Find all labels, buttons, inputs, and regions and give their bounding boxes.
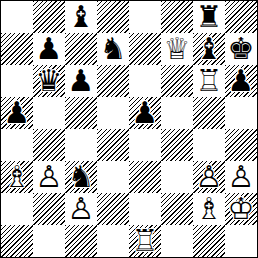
piece-white-king-h2: ♚♔ xyxy=(225,193,257,225)
square-d1[interactable] xyxy=(97,225,129,257)
piece-white-bishop-g2: ♝♗ xyxy=(193,193,225,225)
square-d7[interactable]: ♞♞ xyxy=(97,33,129,65)
square-b7[interactable]: ♟♟ xyxy=(33,33,65,65)
piece-white-pawn-h3: ♟♙ xyxy=(225,161,257,193)
piece-halo: ♝ xyxy=(1,161,33,193)
square-e1[interactable]: ♜♖ xyxy=(129,225,161,257)
square-f3[interactable] xyxy=(161,161,193,193)
piece-glyph: ♖ xyxy=(193,65,225,97)
square-d3[interactable] xyxy=(97,161,129,193)
square-h7[interactable]: ♚♚ xyxy=(225,33,257,65)
square-g7[interactable]: ♝♝ xyxy=(193,33,225,65)
piece-white-pawn-c2: ♟♙ xyxy=(65,193,97,225)
square-c2[interactable]: ♟♙ xyxy=(65,193,97,225)
piece-glyph: ♙ xyxy=(193,161,225,193)
square-h8[interactable] xyxy=(225,1,257,33)
piece-glyph: ♞ xyxy=(97,33,129,65)
piece-halo: ♟ xyxy=(193,161,225,193)
piece-glyph: ♚ xyxy=(225,33,257,65)
square-g3[interactable]: ♟♙ xyxy=(193,161,225,193)
square-b8[interactable] xyxy=(33,1,65,33)
square-b1[interactable] xyxy=(33,225,65,257)
square-e7[interactable] xyxy=(129,33,161,65)
piece-black-pawn-a5: ♟♟ xyxy=(1,97,33,129)
piece-white-rook-e1: ♜♖ xyxy=(129,225,161,257)
square-g5[interactable] xyxy=(193,97,225,129)
square-f1[interactable] xyxy=(161,225,193,257)
piece-black-knight-c3: ♞♞ xyxy=(65,161,97,193)
chess-diagram: ♝♝♜♜♟♟♞♞♛♕♝♝♚♚♛♛♟♟♜♖♟♟♟♟♟♟♝♗♟♙♞♞♟♙♟♙♟♙♝♗… xyxy=(0,0,258,258)
piece-black-rook-g8: ♜♜ xyxy=(193,1,225,33)
square-g4[interactable] xyxy=(193,129,225,161)
piece-black-queen-b6: ♛♛ xyxy=(33,65,65,97)
piece-glyph: ♛ xyxy=(33,65,65,97)
piece-halo: ♟ xyxy=(65,193,97,225)
square-a2[interactable] xyxy=(1,193,33,225)
square-g2[interactable]: ♝♗ xyxy=(193,193,225,225)
square-d2[interactable] xyxy=(97,193,129,225)
piece-halo: ♝ xyxy=(193,33,225,65)
piece-glyph: ♟ xyxy=(65,65,97,97)
piece-white-bishop-a3: ♝♗ xyxy=(1,161,33,193)
square-c4[interactable] xyxy=(65,129,97,161)
piece-glyph: ♙ xyxy=(225,161,257,193)
piece-glyph: ♟ xyxy=(1,97,33,129)
square-a1[interactable] xyxy=(1,225,33,257)
piece-glyph: ♟ xyxy=(129,97,161,129)
piece-black-knight-d7: ♞♞ xyxy=(97,33,129,65)
square-f6[interactable] xyxy=(161,65,193,97)
square-a4[interactable] xyxy=(1,129,33,161)
piece-halo: ♞ xyxy=(97,33,129,65)
square-e8[interactable] xyxy=(129,1,161,33)
square-a7[interactable] xyxy=(1,33,33,65)
square-c5[interactable] xyxy=(65,97,97,129)
square-b4[interactable] xyxy=(33,129,65,161)
piece-halo: ♝ xyxy=(65,1,97,33)
square-e5[interactable]: ♟♟ xyxy=(129,97,161,129)
square-b3[interactable]: ♟♙ xyxy=(33,161,65,193)
square-a3[interactable]: ♝♗ xyxy=(1,161,33,193)
square-f2[interactable] xyxy=(161,193,193,225)
square-e3[interactable] xyxy=(129,161,161,193)
piece-black-king-h7: ♚♚ xyxy=(225,33,257,65)
square-h5[interactable] xyxy=(225,97,257,129)
square-h1[interactable] xyxy=(225,225,257,257)
piece-glyph: ♕ xyxy=(161,33,193,65)
square-f5[interactable] xyxy=(161,97,193,129)
piece-halo: ♜ xyxy=(193,65,225,97)
square-f4[interactable] xyxy=(161,129,193,161)
piece-halo: ♛ xyxy=(33,65,65,97)
piece-halo: ♚ xyxy=(225,33,257,65)
piece-glyph: ♞ xyxy=(65,161,97,193)
piece-halo: ♟ xyxy=(33,161,65,193)
piece-black-pawn-c6: ♟♟ xyxy=(65,65,97,97)
square-a8[interactable] xyxy=(1,1,33,33)
square-b2[interactable] xyxy=(33,193,65,225)
piece-glyph: ♗ xyxy=(1,161,33,193)
piece-halo: ♜ xyxy=(129,225,161,257)
square-d6[interactable] xyxy=(97,65,129,97)
square-b5[interactable] xyxy=(33,97,65,129)
piece-glyph: ♙ xyxy=(65,193,97,225)
piece-glyph: ♔ xyxy=(225,193,257,225)
square-e2[interactable] xyxy=(129,193,161,225)
piece-black-pawn-b7: ♟♟ xyxy=(33,33,65,65)
piece-black-bishop-g7: ♝♝ xyxy=(193,33,225,65)
square-c1[interactable] xyxy=(65,225,97,257)
piece-halo: ♞ xyxy=(65,161,97,193)
piece-halo: ♛ xyxy=(161,33,193,65)
square-h6[interactable]: ♟♟ xyxy=(225,65,257,97)
square-a6[interactable] xyxy=(1,65,33,97)
piece-glyph: ♜ xyxy=(193,1,225,33)
square-h3[interactable]: ♟♙ xyxy=(225,161,257,193)
square-g6[interactable]: ♜♖ xyxy=(193,65,225,97)
square-d8[interactable] xyxy=(97,1,129,33)
piece-halo: ♚ xyxy=(225,193,257,225)
piece-halo: ♝ xyxy=(193,193,225,225)
square-c6[interactable]: ♟♟ xyxy=(65,65,97,97)
piece-halo: ♟ xyxy=(65,65,97,97)
piece-black-pawn-h6: ♟♟ xyxy=(225,65,257,97)
piece-halo: ♜ xyxy=(193,1,225,33)
piece-glyph: ♝ xyxy=(193,33,225,65)
piece-black-pawn-e5: ♟♟ xyxy=(129,97,161,129)
piece-halo: ♟ xyxy=(1,97,33,129)
square-g8[interactable]: ♜♜ xyxy=(193,1,225,33)
square-f8[interactable] xyxy=(161,1,193,33)
square-f7[interactable]: ♛♕ xyxy=(161,33,193,65)
piece-white-rook-g6: ♜♖ xyxy=(193,65,225,97)
square-c3[interactable]: ♞♞ xyxy=(65,161,97,193)
piece-black-bishop-c8: ♝♝ xyxy=(65,1,97,33)
square-c8[interactable]: ♝♝ xyxy=(65,1,97,33)
square-h4[interactable] xyxy=(225,129,257,161)
square-c7[interactable] xyxy=(65,33,97,65)
square-d4[interactable] xyxy=(97,129,129,161)
piece-glyph: ♙ xyxy=(33,161,65,193)
piece-white-pawn-b3: ♟♙ xyxy=(33,161,65,193)
square-h2[interactable]: ♚♔ xyxy=(225,193,257,225)
piece-white-pawn-g3: ♟♙ xyxy=(193,161,225,193)
piece-glyph: ♝ xyxy=(65,1,97,33)
piece-halo: ♟ xyxy=(225,161,257,193)
square-d5[interactable] xyxy=(97,97,129,129)
piece-glyph: ♟ xyxy=(33,33,65,65)
square-g1[interactable] xyxy=(193,225,225,257)
piece-glyph: ♟ xyxy=(225,65,257,97)
piece-glyph: ♖ xyxy=(129,225,161,257)
piece-halo: ♟ xyxy=(33,33,65,65)
square-e6[interactable] xyxy=(129,65,161,97)
chess-board: ♝♝♜♜♟♟♞♞♛♕♝♝♚♚♛♛♟♟♜♖♟♟♟♟♟♟♝♗♟♙♞♞♟♙♟♙♟♙♝♗… xyxy=(0,0,258,258)
square-a5[interactable]: ♟♟ xyxy=(1,97,33,129)
square-b6[interactable]: ♛♛ xyxy=(33,65,65,97)
piece-white-queen-f7: ♛♕ xyxy=(161,33,193,65)
piece-glyph: ♗ xyxy=(193,193,225,225)
square-e4[interactable] xyxy=(129,129,161,161)
piece-halo: ♟ xyxy=(225,65,257,97)
piece-halo: ♟ xyxy=(129,97,161,129)
